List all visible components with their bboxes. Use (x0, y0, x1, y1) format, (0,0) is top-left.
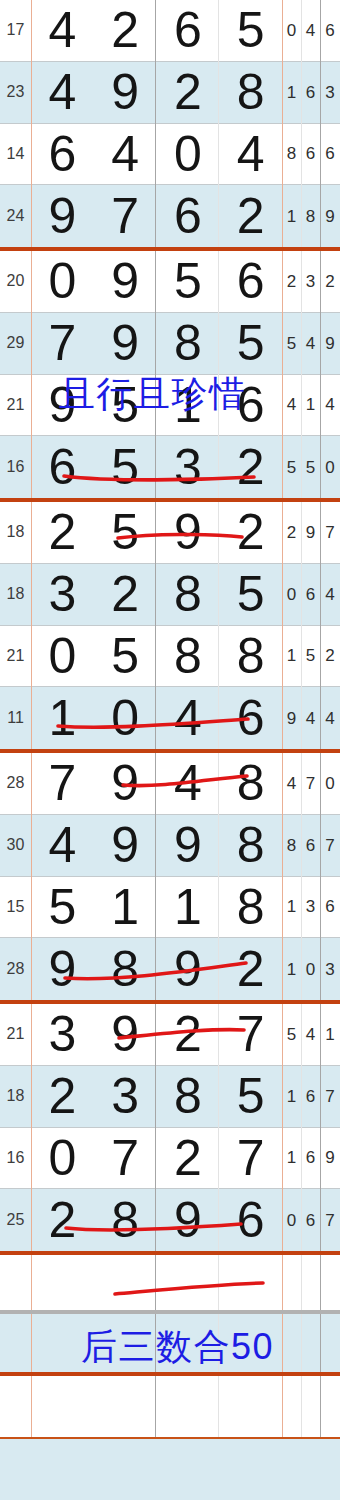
sum-label: 18 (0, 524, 31, 540)
draw-row: 249762189 (0, 185, 340, 247)
draw-digit-cell: 6 (157, 191, 220, 241)
footer-area (0, 1439, 340, 1500)
gray-divider (0, 1310, 340, 1314)
tail-digit-cell: 0 (282, 586, 301, 603)
draw-digit-cell: 5 (94, 442, 157, 492)
draw-digit-cell: 9 (157, 507, 220, 557)
tail-digit-cell: 1 (301, 396, 320, 413)
tail-digit-cell: 7 (320, 1212, 340, 1229)
grid-vline-label-col (31, 0, 32, 1437)
draw-digit-cell: 5 (31, 882, 94, 932)
handwritten-note-mid: 且行且珍惜 (59, 375, 247, 413)
draw-digit-cell: 5 (219, 318, 282, 368)
tail-digit-cell: 7 (320, 837, 340, 854)
draw-row: 234928163 (0, 62, 340, 124)
group-divider (0, 1000, 340, 1004)
draw-digit-cell: 9 (31, 944, 94, 994)
draw-row: 289892103 (0, 938, 340, 1000)
draw-digit-cell: 9 (157, 820, 220, 870)
draw-digit-cell: 5 (219, 5, 282, 55)
sum-label: 25 (0, 1212, 31, 1228)
draw-digit-cell: 2 (219, 442, 282, 492)
draw-digit-cell: 4 (31, 820, 94, 870)
draw-row: 183285064 (0, 564, 340, 626)
tail-digit-cell: 7 (301, 775, 320, 792)
group-divider-bottom (0, 1372, 340, 1376)
draw-digit-cell: 6 (157, 5, 220, 55)
draw-digit-cell: 8 (219, 820, 282, 870)
sum-label: 17 (0, 22, 31, 38)
tail-digit-cell: 4 (282, 396, 301, 413)
draw-digit-cell: 7 (31, 758, 94, 808)
draw-row: 297985549 (0, 313, 340, 375)
sum-label: 11 (0, 710, 31, 726)
draw-digit-cell: 8 (219, 631, 282, 681)
draw-digit-cell: 8 (157, 631, 220, 681)
tail-digit-cell: 5 (282, 1026, 301, 1043)
tail-digit-cell: 1 (282, 1088, 301, 1105)
tail-digit-cell: 2 (320, 647, 340, 664)
draw-digit-cell: 5 (219, 1071, 282, 1121)
draw-digit-cell: 6 (219, 693, 282, 743)
sum-label: 20 (0, 273, 31, 289)
tail-digit-cell: 4 (301, 22, 320, 39)
grid-vline-mid (155, 0, 156, 1437)
sum-label: 28 (0, 775, 31, 791)
draw-digit-cell: 1 (94, 882, 157, 932)
draw-digit-cell: 3 (157, 442, 220, 492)
draw-digit-cell: 2 (157, 1009, 220, 1059)
sum-label: 30 (0, 837, 31, 853)
tail-digit-cell: 6 (301, 1088, 320, 1105)
draw-digit-cell: 2 (157, 1133, 220, 1183)
tail-digit-cell: 2 (320, 273, 340, 290)
draw-digit-cell: 8 (157, 569, 220, 619)
draw-row: 166532550 (0, 436, 340, 498)
draw-digit-cell: 2 (219, 944, 282, 994)
draw-row: 287948470 (0, 753, 340, 815)
handwritten-note-bottom: 后三数合50 (81, 1328, 274, 1366)
tail-digit-cell: 2 (282, 524, 301, 541)
tail-digit-cell: 1 (320, 1026, 340, 1043)
tail-digit-cell: 8 (282, 145, 301, 162)
draw-digit-cell: 5 (157, 256, 220, 306)
draw-row: 210588152 (0, 626, 340, 688)
lottery-trend-chart[interactable]: 1742650462349281631464048662497621892009… (0, 0, 340, 1500)
draw-digit-cell: 0 (31, 631, 94, 681)
draw-digit-cell: 3 (31, 1009, 94, 1059)
tail-digit-cell: 6 (301, 84, 320, 101)
tail-digit-cell: 0 (282, 22, 301, 39)
tail-digit-cell: 8 (282, 837, 301, 854)
group-divider (0, 247, 340, 251)
draw-digit-cell: 8 (219, 67, 282, 117)
tail-digit-cell: 4 (282, 775, 301, 792)
thin-orange-divider (0, 1437, 340, 1439)
tail-digit-cell: 1 (282, 961, 301, 978)
sum-label: 16 (0, 1150, 31, 1166)
tail-digit-cell: 4 (320, 710, 340, 727)
tail-digit-cell: 9 (320, 335, 340, 352)
draw-digit-cell: 7 (94, 1133, 157, 1183)
draw-digit-cell: 0 (31, 256, 94, 306)
draw-digit-cell: 9 (157, 944, 220, 994)
draw-row: 160727169 (0, 1128, 340, 1190)
draw-digit-cell: 1 (157, 882, 220, 932)
draw-digit-cell: 9 (94, 256, 157, 306)
draw-row: 182592297 (0, 502, 340, 564)
draw-digit-cell: 4 (94, 129, 157, 179)
sum-label: 16 (0, 459, 31, 475)
tail-digit-cell: 9 (301, 524, 320, 541)
draw-digit-cell: 8 (94, 1195, 157, 1245)
draw-digit-cell: 9 (94, 758, 157, 808)
draw-row: 252896067 (0, 1189, 340, 1251)
tail-digit-cell: 9 (282, 710, 301, 727)
tail-digit-cell: 5 (282, 459, 301, 476)
tail-digit-cell: 6 (320, 145, 340, 162)
draw-digit-cell: 5 (219, 569, 282, 619)
draw-digit-cell: 7 (94, 191, 157, 241)
sum-label: 21 (0, 648, 31, 664)
grid-vline-faint (218, 0, 219, 1437)
tail-digit-cell: 7 (320, 524, 340, 541)
tail-digit-cell: 9 (320, 208, 340, 225)
draw-row: 174265046 (0, 0, 340, 62)
draw-digit-cell: 7 (219, 1133, 282, 1183)
draw-digit-cell: 7 (219, 1009, 282, 1059)
draw-digit-cell: 7 (31, 318, 94, 368)
draw-digit-cell: 3 (31, 569, 94, 619)
tail-digit-cell: 5 (301, 459, 320, 476)
draw-row: 304998867 (0, 815, 340, 877)
draw-digit-cell: 8 (157, 318, 220, 368)
draw-digit-cell: 9 (94, 318, 157, 368)
draw-digit-cell: 6 (31, 129, 94, 179)
draw-digit-cell: 8 (219, 758, 282, 808)
draw-digit-cell: 5 (94, 507, 157, 557)
draw-digit-cell: 6 (31, 442, 94, 492)
tail-digit-cell: 8 (301, 208, 320, 225)
draw-digit-cell: 4 (31, 67, 94, 117)
tail-digit-cell: 3 (320, 961, 340, 978)
trend-table: 1742650462349281631464048662497621892009… (0, 0, 340, 1255)
draw-row: 200956232 (0, 251, 340, 313)
tail-digit-cell: 6 (301, 586, 320, 603)
draw-digit-cell: 4 (157, 693, 220, 743)
tail-digit-cell: 5 (301, 647, 320, 664)
sum-label: 18 (0, 586, 31, 602)
draw-digit-cell: 2 (94, 5, 157, 55)
tail-digit-cell: 9 (320, 1149, 340, 1166)
draw-digit-cell: 2 (94, 569, 157, 619)
draw-digit-cell: 9 (94, 1009, 157, 1059)
draw-digit-cell: 2 (31, 1195, 94, 1245)
draw-row: 111046944 (0, 687, 340, 749)
tail-digit-cell: 4 (301, 710, 320, 727)
tail-digit-cell: 6 (301, 1149, 320, 1166)
tail-digit-cell: 4 (301, 335, 320, 352)
grid-vline-tail-col (282, 0, 283, 1437)
draw-digit-cell: 9 (94, 67, 157, 117)
tail-digit-cell: 6 (301, 145, 320, 162)
tail-digit-cell: 4 (320, 396, 340, 413)
tail-digit-cell: 0 (320, 775, 340, 792)
draw-digit-cell: 8 (157, 1071, 220, 1121)
draw-digit-cell: 6 (219, 256, 282, 306)
draw-digit-cell: 2 (219, 507, 282, 557)
tail-digit-cell: 1 (282, 898, 301, 915)
sum-label: 15 (0, 899, 31, 915)
draw-digit-cell: 8 (219, 882, 282, 932)
grid-vline-tail-2 (301, 0, 302, 1437)
grid-vline-tail-3 (320, 0, 321, 1437)
draw-digit-cell: 2 (219, 191, 282, 241)
group-divider (0, 498, 340, 502)
sum-label: 18 (0, 1088, 31, 1104)
draw-digit-cell: 0 (31, 1133, 94, 1183)
draw-digit-cell: 0 (94, 693, 157, 743)
tail-digit-cell: 4 (301, 1026, 320, 1043)
tail-digit-cell: 1 (282, 1149, 301, 1166)
tail-digit-cell: 6 (301, 837, 320, 854)
sum-label: 21 (0, 397, 31, 413)
draw-digit-cell: 2 (31, 507, 94, 557)
tail-digit-cell: 1 (282, 84, 301, 101)
tail-digit-cell: 3 (301, 273, 320, 290)
sum-label: 14 (0, 146, 31, 162)
tail-digit-cell: 6 (301, 1212, 320, 1229)
sum-label: 29 (0, 335, 31, 351)
tail-digit-cell: 7 (320, 1088, 340, 1105)
tail-digit-cell: 2 (282, 273, 301, 290)
draw-digit-cell: 4 (157, 758, 220, 808)
draw-digit-cell: 2 (31, 1071, 94, 1121)
draw-row: 146404866 (0, 124, 340, 186)
tail-digit-cell: 3 (320, 84, 340, 101)
draw-digit-cell: 5 (94, 631, 157, 681)
draw-digit-cell: 0 (157, 129, 220, 179)
draw-digit-cell: 1 (31, 693, 94, 743)
tail-digit-cell: 3 (301, 898, 320, 915)
sum-label: 21 (0, 1026, 31, 1042)
tail-digit-cell: 5 (282, 335, 301, 352)
group-divider (0, 749, 340, 753)
draw-digit-cell: 8 (94, 944, 157, 994)
sum-label: 24 (0, 208, 31, 224)
draw-row: 182385167 (0, 1066, 340, 1128)
draw-digit-cell: 2 (157, 67, 220, 117)
tail-digit-cell: 0 (320, 459, 340, 476)
group-divider (0, 1251, 340, 1255)
draw-row: 155118136 (0, 877, 340, 939)
draw-digit-cell: 4 (31, 5, 94, 55)
tail-digit-cell: 0 (301, 961, 320, 978)
draw-digit-cell: 4 (219, 129, 282, 179)
draw-digit-cell: 9 (94, 820, 157, 870)
sum-label: 23 (0, 84, 31, 100)
empty-annotation-row (0, 1255, 340, 1310)
tail-digit-cell: 6 (320, 22, 340, 39)
tail-digit-cell: 1 (282, 647, 301, 664)
draw-digit-cell: 9 (31, 191, 94, 241)
draw-digit-cell: 6 (219, 1195, 282, 1245)
tail-digit-cell: 4 (320, 586, 340, 603)
sum-label: 28 (0, 961, 31, 977)
draw-digit-cell: 3 (94, 1071, 157, 1121)
tail-digit-cell: 6 (320, 898, 340, 915)
tail-digit-cell: 1 (282, 208, 301, 225)
draw-digit-cell: 9 (157, 1195, 220, 1245)
empty-row (0, 1376, 340, 1437)
tail-digit-cell: 0 (282, 1212, 301, 1229)
draw-row: 213927541 (0, 1004, 340, 1066)
